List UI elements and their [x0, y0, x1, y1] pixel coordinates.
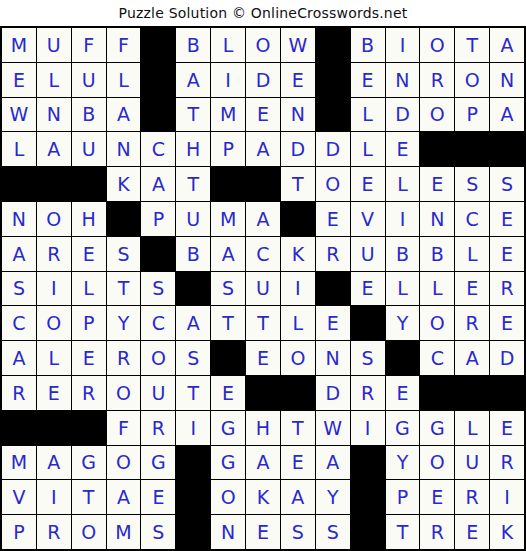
letter-cell: E — [455, 272, 489, 306]
letter-cell: Y — [316, 480, 350, 514]
letter-cell: E — [316, 202, 350, 236]
black-cell — [316, 28, 350, 62]
black-cell — [316, 272, 350, 306]
black-cell — [281, 376, 315, 410]
letter-cell: E — [420, 480, 454, 514]
letter-cell: O — [455, 63, 489, 97]
letter-cell: O — [420, 446, 454, 480]
letter-cell: L — [211, 28, 245, 62]
letter-cell: B — [176, 237, 210, 271]
letter-cell: I — [351, 411, 385, 445]
letter-cell: D — [386, 98, 420, 132]
letter-cell: G — [141, 446, 175, 480]
letter-cell: T — [281, 167, 315, 201]
letter-cell: E — [246, 98, 280, 132]
letter-cell: O — [281, 341, 315, 375]
black-cell — [141, 237, 175, 271]
letter-cell: U — [72, 63, 106, 97]
letter-cell: E — [281, 446, 315, 480]
letter-cell: E — [351, 272, 385, 306]
letter-cell: A — [211, 237, 245, 271]
letter-cell: H — [72, 202, 106, 236]
letter-cell: E — [490, 237, 524, 271]
letter-cell: N — [316, 341, 350, 375]
letter-cell: T — [72, 480, 106, 514]
letter-cell: G — [72, 446, 106, 480]
letter-cell: I — [37, 272, 71, 306]
letter-cell: S — [2, 272, 36, 306]
letter-cell: S — [141, 272, 175, 306]
letter-cell: E — [281, 63, 315, 97]
letter-cell: C — [141, 306, 175, 340]
letter-cell: R — [37, 515, 71, 549]
letter-cell: R — [107, 341, 141, 375]
letter-cell: T — [211, 306, 245, 340]
letter-cell: Y — [386, 306, 420, 340]
letter-cell: W — [2, 98, 36, 132]
letter-cell: E — [455, 515, 489, 549]
letter-cell: E — [246, 515, 280, 549]
letter-cell: T — [455, 28, 489, 62]
letter-cell: S — [141, 515, 175, 549]
page-title: Puzzle Solution © OnlineCrosswords.net — [119, 5, 408, 21]
letter-cell: S — [455, 167, 489, 201]
letter-cell: M — [2, 446, 36, 480]
black-cell — [176, 446, 210, 480]
letter-cell: U — [141, 376, 175, 410]
letter-cell: W — [281, 28, 315, 62]
letter-cell: A — [246, 132, 280, 166]
letter-cell: T — [281, 411, 315, 445]
letter-cell: P — [141, 202, 175, 236]
letter-cell: B — [420, 237, 454, 271]
title-bar: Puzzle Solution © OnlineCrosswords.net — [0, 0, 526, 26]
letter-cell: C — [420, 341, 454, 375]
letter-cell: A — [176, 306, 210, 340]
letter-cell: T — [176, 98, 210, 132]
letter-cell: D — [281, 132, 315, 166]
letter-cell: R — [455, 306, 489, 340]
letter-cell: H — [176, 132, 210, 166]
letter-cell: R — [2, 376, 36, 410]
letter-cell: L — [72, 272, 106, 306]
letter-cell: P — [386, 480, 420, 514]
letter-cell: D — [316, 132, 350, 166]
letter-cell: D — [316, 376, 350, 410]
letter-cell: R — [420, 63, 454, 97]
letter-cell: S — [176, 341, 210, 375]
letter-cell: L — [455, 411, 489, 445]
letter-cell: R — [72, 376, 106, 410]
letter-cell: U — [455, 446, 489, 480]
letter-cell: E — [246, 341, 280, 375]
letter-cell: S — [281, 515, 315, 549]
black-cell — [386, 341, 420, 375]
letter-cell: A — [37, 132, 71, 166]
letter-cell: E — [141, 480, 175, 514]
black-cell — [141, 98, 175, 132]
letter-cell: M — [2, 28, 36, 62]
letter-cell: S — [316, 515, 350, 549]
black-cell — [281, 202, 315, 236]
letter-cell: L — [420, 272, 454, 306]
black-cell — [176, 272, 210, 306]
letter-cell: L — [351, 132, 385, 166]
letter-cell: E — [2, 63, 36, 97]
letter-cell: B — [72, 98, 106, 132]
letter-cell: O — [420, 28, 454, 62]
letter-cell: R — [490, 446, 524, 480]
letter-cell: E — [490, 306, 524, 340]
letter-cell: K — [281, 237, 315, 271]
letter-cell: A — [246, 202, 280, 236]
letter-cell: A — [107, 480, 141, 514]
letter-cell: N — [37, 98, 71, 132]
letter-cell: L — [386, 272, 420, 306]
letter-cell: Y — [107, 306, 141, 340]
letter-cell: T — [176, 167, 210, 201]
letter-cell: I — [386, 202, 420, 236]
letter-cell: P — [72, 306, 106, 340]
letter-cell: A — [2, 341, 36, 375]
letter-cell: U — [246, 272, 280, 306]
letter-cell: N — [211, 515, 245, 549]
letter-cell: E — [490, 202, 524, 236]
letter-cell: N — [386, 63, 420, 97]
black-cell — [490, 376, 524, 410]
black-cell — [351, 515, 385, 549]
letter-cell: I — [37, 480, 71, 514]
letter-cell: D — [490, 341, 524, 375]
letter-cell: C — [141, 132, 175, 166]
black-cell — [72, 167, 106, 201]
letter-cell: B — [351, 28, 385, 62]
black-cell — [211, 167, 245, 201]
black-cell — [211, 341, 245, 375]
letter-cell: N — [107, 132, 141, 166]
letter-cell: A — [37, 446, 71, 480]
letter-cell: L — [107, 63, 141, 97]
letter-cell: A — [281, 480, 315, 514]
black-cell — [316, 98, 350, 132]
black-cell — [141, 63, 175, 97]
letter-cell: R — [37, 237, 71, 271]
letter-cell: I — [386, 28, 420, 62]
letter-cell: K — [107, 167, 141, 201]
letter-cell: O — [211, 480, 245, 514]
letter-cell: O — [141, 341, 175, 375]
letter-cell: E — [351, 167, 385, 201]
letter-cell: Y — [386, 446, 420, 480]
black-cell — [490, 132, 524, 166]
letter-cell: P — [2, 515, 36, 549]
letter-cell: T — [246, 306, 280, 340]
letter-cell: S — [351, 341, 385, 375]
letter-cell: W — [316, 411, 350, 445]
letter-cell: R — [141, 411, 175, 445]
black-cell — [72, 411, 106, 445]
black-cell — [141, 28, 175, 62]
letter-cell: A — [141, 167, 175, 201]
letter-cell: B — [176, 28, 210, 62]
black-cell — [37, 167, 71, 201]
letter-cell: K — [490, 515, 524, 549]
letter-cell: R — [316, 237, 350, 271]
black-cell — [2, 411, 36, 445]
letter-cell: O — [107, 446, 141, 480]
letter-cell: M — [211, 98, 245, 132]
black-cell — [420, 376, 454, 410]
letter-cell: G — [211, 446, 245, 480]
letter-cell: U — [37, 28, 71, 62]
letter-cell: O — [37, 202, 71, 236]
letter-cell: N — [420, 202, 454, 236]
letter-cell: O — [37, 306, 71, 340]
black-cell — [107, 202, 141, 236]
letter-cell: O — [246, 28, 280, 62]
letter-cell: I — [490, 480, 524, 514]
letter-cell: R — [351, 376, 385, 410]
black-cell — [455, 376, 489, 410]
letter-cell: E — [386, 132, 420, 166]
letter-cell: K — [246, 480, 280, 514]
letter-cell: A — [107, 98, 141, 132]
letter-cell: S — [107, 237, 141, 271]
black-cell — [351, 446, 385, 480]
letter-cell: I — [281, 272, 315, 306]
letter-cell: O — [72, 515, 106, 549]
letter-cell: T — [176, 376, 210, 410]
letter-cell: U — [351, 237, 385, 271]
black-cell — [176, 480, 210, 514]
letter-cell: E — [351, 63, 385, 97]
letter-cell: L — [37, 341, 71, 375]
letter-cell: F — [72, 28, 106, 62]
letter-cell: U — [72, 132, 106, 166]
letter-cell: S — [490, 167, 524, 201]
letter-cell: N — [490, 63, 524, 97]
letter-cell: H — [246, 411, 280, 445]
letter-cell: O — [107, 376, 141, 410]
letter-cell: F — [107, 411, 141, 445]
letter-cell: E — [316, 306, 350, 340]
letter-cell: P — [211, 132, 245, 166]
letter-cell: P — [455, 98, 489, 132]
letter-cell: C — [2, 306, 36, 340]
letter-cell: R — [490, 272, 524, 306]
letter-cell: L — [455, 237, 489, 271]
letter-cell: S — [211, 272, 245, 306]
letter-cell: O — [420, 98, 454, 132]
letter-cell: N — [281, 98, 315, 132]
letter-cell: G — [420, 411, 454, 445]
letter-cell: G — [211, 411, 245, 445]
letter-cell: E — [211, 376, 245, 410]
black-cell — [246, 376, 280, 410]
letter-cell: L — [351, 98, 385, 132]
letter-cell: A — [490, 98, 524, 132]
letter-cell: L — [386, 167, 420, 201]
letter-cell: I — [211, 63, 245, 97]
letter-cell: A — [316, 446, 350, 480]
crossword-grid: MUFFBLOWBIOTAELULAIDEENRONWNBATMENLDOPAL… — [0, 26, 526, 551]
black-cell — [351, 480, 385, 514]
letter-cell: U — [176, 202, 210, 236]
letter-cell: F — [107, 28, 141, 62]
letter-cell: E — [386, 376, 420, 410]
black-cell — [2, 167, 36, 201]
letter-cell: V — [2, 480, 36, 514]
black-cell — [37, 411, 71, 445]
letter-cell: L — [37, 63, 71, 97]
letter-cell: G — [386, 411, 420, 445]
letter-cell: R — [455, 480, 489, 514]
letter-cell: R — [420, 515, 454, 549]
letter-cell: A — [246, 446, 280, 480]
letter-cell: B — [386, 237, 420, 271]
letter-cell: T — [386, 515, 420, 549]
black-cell — [455, 132, 489, 166]
letter-cell: D — [246, 63, 280, 97]
letter-cell: M — [211, 202, 245, 236]
letter-cell: C — [455, 202, 489, 236]
letter-cell: O — [316, 167, 350, 201]
letter-cell: M — [107, 515, 141, 549]
letter-cell: E — [420, 167, 454, 201]
letter-cell: A — [176, 63, 210, 97]
letter-cell: L — [2, 132, 36, 166]
black-cell — [316, 63, 350, 97]
letter-cell: E — [72, 341, 106, 375]
letter-cell: A — [490, 28, 524, 62]
letter-cell: E — [490, 411, 524, 445]
letter-cell: N — [2, 202, 36, 236]
letter-cell: L — [281, 306, 315, 340]
puzzle-solution-page: Puzzle Solution © OnlineCrosswords.net M… — [0, 0, 526, 551]
black-cell — [246, 167, 280, 201]
black-cell — [420, 132, 454, 166]
letter-cell: T — [107, 272, 141, 306]
letter-cell: C — [246, 237, 280, 271]
letter-cell: O — [420, 306, 454, 340]
letter-cell: A — [455, 341, 489, 375]
letter-cell: I — [176, 411, 210, 445]
black-cell — [351, 306, 385, 340]
black-cell — [176, 515, 210, 549]
letter-cell: V — [351, 202, 385, 236]
letter-cell: E — [72, 237, 106, 271]
letter-cell: A — [2, 237, 36, 271]
letter-cell: E — [37, 376, 71, 410]
